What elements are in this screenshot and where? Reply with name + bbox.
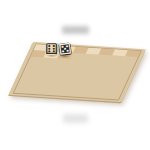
blurred-watermark-top [62, 26, 89, 34]
board-squares: ⚅⚄ [13, 44, 142, 100]
square-r0c7[interactable] [125, 50, 141, 57]
blurred-watermark-bottom [63, 114, 88, 123]
black-die[interactable]: ⚄ [59, 43, 72, 56]
natural-die[interactable]: ⚅ [46, 43, 58, 55]
square-r1c2[interactable]: ⚄ [57, 52, 73, 59]
game-board: ⚅⚄ [9, 42, 146, 102]
product-photo-scene: ⚅⚄ [0, 0, 150, 150]
